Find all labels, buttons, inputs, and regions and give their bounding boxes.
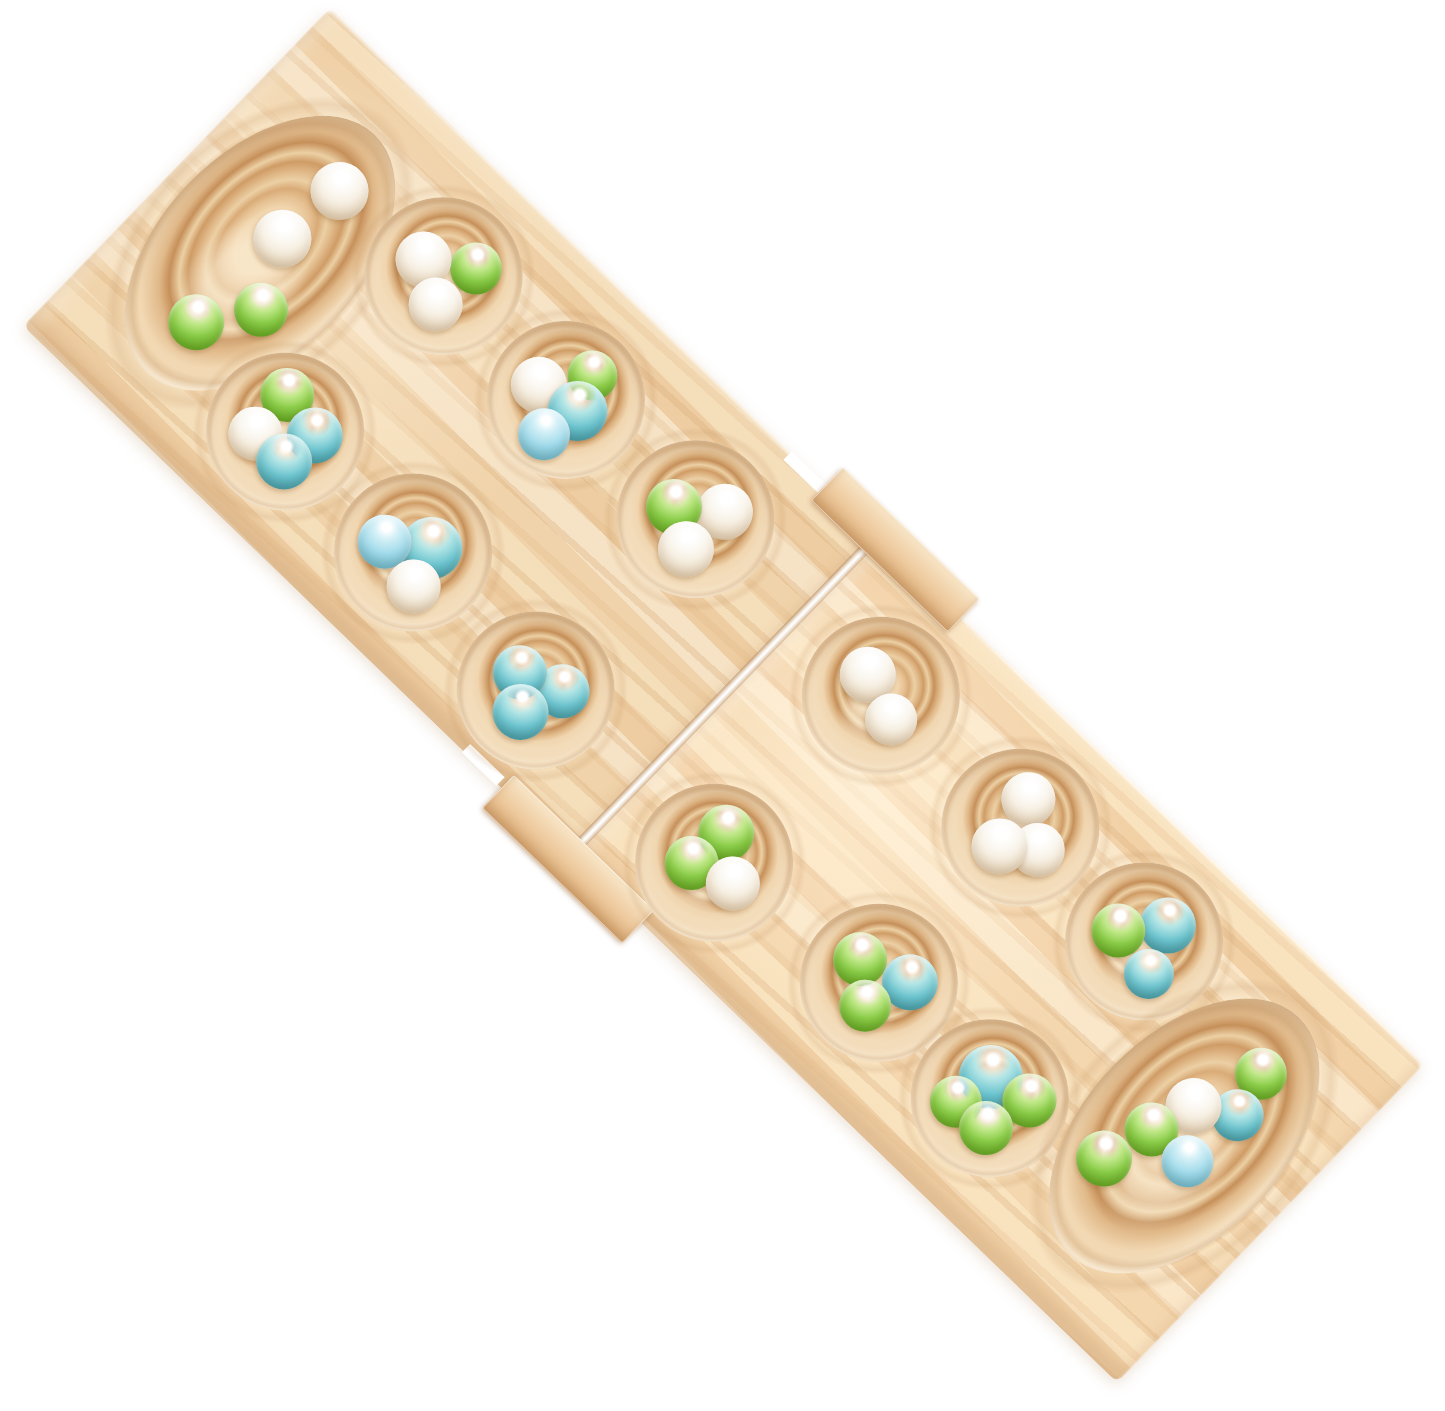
clear-glass-stone: [241, 198, 323, 280]
product-photo-background: [0, 0, 1445, 1411]
clear-glass-stone: [299, 150, 381, 232]
green-glass-stone: [223, 272, 299, 348]
green-glass-stone: [157, 283, 236, 362]
mancala-board: [23, 8, 1425, 1383]
